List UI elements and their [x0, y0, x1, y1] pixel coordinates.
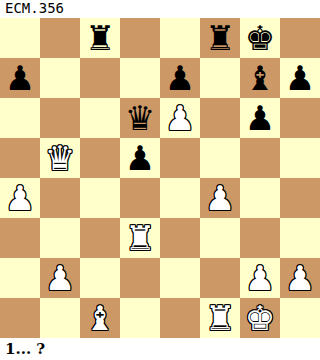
square-a1[interactable] [0, 298, 40, 338]
black-king: ♚ [245, 18, 275, 58]
white-pawn: ♟ [5, 178, 35, 218]
square-b1[interactable] [40, 298, 80, 338]
black-pawn: ♟ [245, 98, 275, 138]
square-b4[interactable] [40, 178, 80, 218]
square-c7[interactable] [80, 58, 120, 98]
black-pawn: ♟ [5, 58, 35, 98]
square-e4[interactable] [160, 178, 200, 218]
white-pawn: ♟ [165, 98, 195, 138]
square-b8[interactable] [40, 18, 80, 58]
black-queen: ♛ [125, 98, 155, 138]
square-h6[interactable] [280, 98, 320, 138]
black-pawn: ♟ [125, 138, 155, 178]
square-f7[interactable] [200, 58, 240, 98]
white-rook: ♜ [125, 218, 155, 258]
page-title: ECM.356 [0, 0, 320, 18]
square-c3[interactable] [80, 218, 120, 258]
black-rook: ♜ [205, 18, 235, 58]
square-a6[interactable] [0, 98, 40, 138]
square-d7[interactable] [120, 58, 160, 98]
square-g7[interactable]: ♝ [240, 58, 280, 98]
square-d8[interactable] [120, 18, 160, 58]
move-prompt: 1... ? [0, 338, 320, 360]
square-a2[interactable] [0, 258, 40, 298]
white-pawn: ♟ [285, 258, 315, 298]
square-b6[interactable] [40, 98, 80, 138]
black-pawn: ♟ [165, 58, 195, 98]
square-g6[interactable]: ♟ [240, 98, 280, 138]
square-c6[interactable] [80, 98, 120, 138]
square-d1[interactable] [120, 298, 160, 338]
square-h3[interactable] [280, 218, 320, 258]
square-h2[interactable]: ♟ [280, 258, 320, 298]
square-a3[interactable] [0, 218, 40, 258]
square-f8[interactable]: ♜ [200, 18, 240, 58]
square-a8[interactable] [0, 18, 40, 58]
square-b2[interactable]: ♟ [40, 258, 80, 298]
square-h1[interactable] [280, 298, 320, 338]
square-f5[interactable] [200, 138, 240, 178]
square-g1[interactable]: ♚ [240, 298, 280, 338]
square-d5[interactable]: ♟ [120, 138, 160, 178]
square-b3[interactable] [40, 218, 80, 258]
square-h8[interactable] [280, 18, 320, 58]
square-e7[interactable]: ♟ [160, 58, 200, 98]
square-f4[interactable]: ♟ [200, 178, 240, 218]
square-g2[interactable]: ♟ [240, 258, 280, 298]
square-d6[interactable]: ♛ [120, 98, 160, 138]
square-e8[interactable] [160, 18, 200, 58]
square-b7[interactable] [40, 58, 80, 98]
square-c1[interactable]: ♝ [80, 298, 120, 338]
white-rook: ♜ [205, 298, 235, 338]
square-e6[interactable]: ♟ [160, 98, 200, 138]
chess-board: ♜♜♚♟♟♝♟♛♟♟♛♟♟♟♜♟♟♟♝♜♚ [0, 18, 320, 338]
square-d4[interactable] [120, 178, 160, 218]
square-a4[interactable]: ♟ [0, 178, 40, 218]
square-b5[interactable]: ♛ [40, 138, 80, 178]
white-pawn: ♟ [45, 258, 75, 298]
square-f2[interactable] [200, 258, 240, 298]
square-g8[interactable]: ♚ [240, 18, 280, 58]
square-g4[interactable] [240, 178, 280, 218]
square-a5[interactable] [0, 138, 40, 178]
square-h5[interactable] [280, 138, 320, 178]
square-e1[interactable] [160, 298, 200, 338]
white-queen: ♛ [45, 138, 75, 178]
white-bishop: ♝ [85, 298, 115, 338]
white-king: ♚ [245, 298, 275, 338]
square-f3[interactable] [200, 218, 240, 258]
square-a7[interactable]: ♟ [0, 58, 40, 98]
square-f6[interactable] [200, 98, 240, 138]
black-bishop: ♝ [245, 58, 275, 98]
square-f1[interactable]: ♜ [200, 298, 240, 338]
square-c2[interactable] [80, 258, 120, 298]
white-pawn: ♟ [245, 258, 275, 298]
square-c8[interactable]: ♜ [80, 18, 120, 58]
square-e3[interactable] [160, 218, 200, 258]
square-c4[interactable] [80, 178, 120, 218]
square-h7[interactable]: ♟ [280, 58, 320, 98]
square-d3[interactable]: ♜ [120, 218, 160, 258]
square-h4[interactable] [280, 178, 320, 218]
square-d2[interactable] [120, 258, 160, 298]
square-e5[interactable] [160, 138, 200, 178]
ecm-window: ECM.356 ♜♜♚♟♟♝♟♛♟♟♛♟♟♟♜♟♟♟♝♜♚ 1... ? [0, 0, 320, 360]
square-c5[interactable] [80, 138, 120, 178]
black-rook: ♜ [85, 18, 115, 58]
black-pawn: ♟ [285, 58, 315, 98]
white-pawn: ♟ [205, 178, 235, 218]
square-e2[interactable] [160, 258, 200, 298]
square-g3[interactable] [240, 218, 280, 258]
square-g5[interactable] [240, 138, 280, 178]
